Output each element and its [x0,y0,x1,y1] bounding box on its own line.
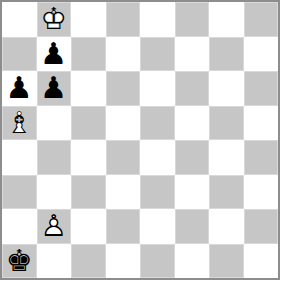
square-a4[interactable] [2,140,37,175]
square-b1[interactable] [37,244,72,279]
square-h5[interactable] [244,106,279,141]
white-bishop[interactable]: ♝♗ [2,106,37,141]
square-h8[interactable] [244,2,279,37]
square-f5[interactable] [175,106,210,141]
square-c1[interactable] [71,244,106,279]
white-king-glyph: ♔ [37,2,72,37]
square-d2[interactable] [106,209,141,244]
square-e1[interactable] [140,244,175,279]
square-b5[interactable] [37,106,72,141]
square-g3[interactable] [209,175,244,210]
square-b2[interactable]: ♟♙ [37,209,72,244]
square-h3[interactable] [244,175,279,210]
square-a2[interactable] [2,209,37,244]
square-a8[interactable] [2,2,37,37]
square-a5[interactable]: ♝♗ [2,106,37,141]
square-e2[interactable] [140,209,175,244]
square-d6[interactable] [106,71,141,106]
square-c4[interactable] [71,140,106,175]
chess-diagram-page: ♚♔♟♟♟♝♗♟♙♚ [0,0,281,285]
white-pawn[interactable]: ♟♙ [37,209,72,244]
black-pawn-glyph: ♟ [37,37,72,72]
square-h1[interactable] [244,244,279,279]
square-b3[interactable] [37,175,72,210]
square-f6[interactable] [175,71,210,106]
square-f2[interactable] [175,209,210,244]
square-f1[interactable] [175,244,210,279]
square-a1[interactable]: ♚ [2,244,37,279]
square-g4[interactable] [209,140,244,175]
square-h7[interactable] [244,37,279,72]
square-e8[interactable] [140,2,175,37]
square-g6[interactable] [209,71,244,106]
black-king[interactable]: ♚ [2,244,37,279]
square-g7[interactable] [209,37,244,72]
square-b6[interactable]: ♟ [37,71,72,106]
square-c3[interactable] [71,175,106,210]
black-pawn-glyph: ♟ [37,71,72,106]
square-e5[interactable] [140,106,175,141]
square-h2[interactable] [244,209,279,244]
square-d8[interactable] [106,2,141,37]
square-e6[interactable] [140,71,175,106]
square-a6[interactable]: ♟ [2,71,37,106]
black-king-glyph: ♚ [2,244,37,279]
square-f4[interactable] [175,140,210,175]
square-d4[interactable] [106,140,141,175]
square-f7[interactable] [175,37,210,72]
white-bishop-glyph: ♗ [2,106,37,141]
square-a7[interactable] [2,37,37,72]
square-a3[interactable] [2,175,37,210]
square-b8[interactable]: ♚♔ [37,2,72,37]
square-g8[interactable] [209,2,244,37]
black-pawn[interactable]: ♟ [37,37,72,72]
square-g5[interactable] [209,106,244,141]
square-c7[interactable] [71,37,106,72]
square-c5[interactable] [71,106,106,141]
square-h4[interactable] [244,140,279,175]
square-e4[interactable] [140,140,175,175]
square-h6[interactable] [244,71,279,106]
square-c6[interactable] [71,71,106,106]
square-f8[interactable] [175,2,210,37]
square-b7[interactable]: ♟ [37,37,72,72]
square-d1[interactable] [106,244,141,279]
white-king[interactable]: ♚♔ [37,2,72,37]
black-pawn-glyph: ♟ [2,71,37,106]
square-b4[interactable] [37,140,72,175]
square-d3[interactable] [106,175,141,210]
square-d7[interactable] [106,37,141,72]
chess-board: ♚♔♟♟♟♝♗♟♙♚ [0,0,280,280]
square-c8[interactable] [71,2,106,37]
black-pawn[interactable]: ♟ [2,71,37,106]
square-g2[interactable] [209,209,244,244]
square-c2[interactable] [71,209,106,244]
black-pawn[interactable]: ♟ [37,71,72,106]
square-e3[interactable] [140,175,175,210]
white-pawn-glyph: ♙ [37,209,72,244]
square-g1[interactable] [209,244,244,279]
square-d5[interactable] [106,106,141,141]
square-e7[interactable] [140,37,175,72]
square-f3[interactable] [175,175,210,210]
